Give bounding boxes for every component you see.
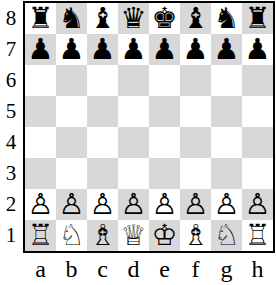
square-b7[interactable]: ♟ (56, 34, 87, 65)
black-pawn-piece: ♟ (214, 34, 240, 65)
file-label-e: e (149, 254, 180, 284)
square-a5[interactable] (25, 96, 56, 127)
black-queen-piece: ♛ (121, 3, 147, 34)
black-rook-piece: ♜ (245, 3, 271, 34)
square-f4[interactable] (180, 127, 211, 158)
file-label-h: h (242, 254, 273, 284)
square-a3[interactable] (25, 158, 56, 189)
square-a4[interactable] (25, 127, 56, 158)
white-pawn-piece: ♙ (90, 189, 116, 220)
square-a2[interactable]: ♙ (25, 189, 56, 220)
rank-label-3: 3 (0, 158, 22, 189)
square-g6[interactable] (211, 65, 242, 96)
file-label-b: b (56, 254, 87, 284)
square-d8[interactable]: ♛ (118, 3, 149, 34)
square-d7[interactable]: ♟ (118, 34, 149, 65)
rank-label-7: 7 (0, 34, 22, 65)
square-b1[interactable]: ♘ (56, 220, 87, 251)
square-a1[interactable]: ♖ (25, 220, 56, 251)
square-h7[interactable]: ♟ (242, 34, 273, 65)
square-g4[interactable] (211, 127, 242, 158)
black-pawn-piece: ♟ (59, 34, 85, 65)
chess-board: ♜♞♝♛♚♝♞♜♟♟♟♟♟♟♟♟♙♙♙♙♙♙♙♙♖♘♗♕♔♗♘♖ (23, 1, 275, 253)
square-e1[interactable]: ♔ (149, 220, 180, 251)
square-d2[interactable]: ♙ (118, 189, 149, 220)
square-g2[interactable]: ♙ (211, 189, 242, 220)
square-d6[interactable] (118, 65, 149, 96)
white-pawn-piece: ♙ (214, 189, 240, 220)
black-pawn-piece: ♟ (90, 34, 116, 65)
rank-label-8: 8 (0, 3, 22, 34)
square-e6[interactable] (149, 65, 180, 96)
square-g3[interactable] (211, 158, 242, 189)
square-h1[interactable]: ♖ (242, 220, 273, 251)
square-a7[interactable]: ♟ (25, 34, 56, 65)
black-pawn-piece: ♟ (152, 34, 178, 65)
square-e8[interactable]: ♚ (149, 3, 180, 34)
square-h2[interactable]: ♙ (242, 189, 273, 220)
square-b3[interactable] (56, 158, 87, 189)
rank-labels: 87654321 (0, 3, 22, 251)
white-knight-piece: ♘ (214, 220, 240, 251)
square-c4[interactable] (87, 127, 118, 158)
file-label-c: c (87, 254, 118, 284)
square-c7[interactable]: ♟ (87, 34, 118, 65)
black-rook-piece: ♜ (28, 3, 54, 34)
square-b4[interactable] (56, 127, 87, 158)
square-a8[interactable]: ♜ (25, 3, 56, 34)
square-c8[interactable]: ♝ (87, 3, 118, 34)
black-pawn-piece: ♟ (28, 34, 54, 65)
chess-diagram: 87654321 ♜♞♝♛♚♝♞♜♟♟♟♟♟♟♟♟♙♙♙♙♙♙♙♙♖♘♗♕♔♗♘… (0, 0, 276, 285)
white-pawn-piece: ♙ (28, 189, 54, 220)
white-knight-piece: ♘ (59, 220, 85, 251)
square-b5[interactable] (56, 96, 87, 127)
square-f1[interactable]: ♗ (180, 220, 211, 251)
square-d3[interactable] (118, 158, 149, 189)
square-h5[interactable] (242, 96, 273, 127)
square-h3[interactable] (242, 158, 273, 189)
white-pawn-piece: ♙ (245, 189, 271, 220)
square-e5[interactable] (149, 96, 180, 127)
square-c2[interactable]: ♙ (87, 189, 118, 220)
white-bishop-piece: ♗ (183, 220, 209, 251)
square-g7[interactable]: ♟ (211, 34, 242, 65)
rank-label-4: 4 (0, 127, 22, 158)
rank-label-5: 5 (0, 96, 22, 127)
white-pawn-piece: ♙ (59, 189, 85, 220)
square-d1[interactable]: ♕ (118, 220, 149, 251)
square-e3[interactable] (149, 158, 180, 189)
white-pawn-piece: ♙ (152, 189, 178, 220)
black-knight-piece: ♞ (214, 3, 240, 34)
square-f5[interactable] (180, 96, 211, 127)
file-label-d: d (118, 254, 149, 284)
square-b6[interactable] (56, 65, 87, 96)
square-a6[interactable] (25, 65, 56, 96)
square-c1[interactable]: ♗ (87, 220, 118, 251)
square-b2[interactable]: ♙ (56, 189, 87, 220)
square-c3[interactable] (87, 158, 118, 189)
square-c5[interactable] (87, 96, 118, 127)
file-label-f: f (180, 254, 211, 284)
square-h4[interactable] (242, 127, 273, 158)
white-pawn-piece: ♙ (121, 189, 147, 220)
white-rook-piece: ♖ (245, 220, 271, 251)
square-g1[interactable]: ♘ (211, 220, 242, 251)
square-h6[interactable] (242, 65, 273, 96)
black-bishop-piece: ♝ (183, 3, 209, 34)
file-label-g: g (211, 254, 242, 284)
white-rook-piece: ♖ (28, 220, 54, 251)
black-pawn-piece: ♟ (121, 34, 147, 65)
square-f6[interactable] (180, 65, 211, 96)
black-king-piece: ♚ (152, 3, 178, 34)
black-knight-piece: ♞ (59, 3, 85, 34)
square-d5[interactable] (118, 96, 149, 127)
square-g5[interactable] (211, 96, 242, 127)
square-c6[interactable] (87, 65, 118, 96)
black-bishop-piece: ♝ (90, 3, 116, 34)
rank-label-6: 6 (0, 65, 22, 96)
square-b8[interactable]: ♞ (56, 3, 87, 34)
rank-label-1: 1 (0, 220, 22, 251)
rank-label-2: 2 (0, 189, 22, 220)
square-e4[interactable] (149, 127, 180, 158)
square-g8[interactable]: ♞ (211, 3, 242, 34)
square-f8[interactable]: ♝ (180, 3, 211, 34)
white-pawn-piece: ♙ (183, 189, 209, 220)
black-pawn-piece: ♟ (183, 34, 209, 65)
square-d4[interactable] (118, 127, 149, 158)
black-pawn-piece: ♟ (245, 34, 271, 65)
file-labels: abcdefgh (25, 254, 273, 284)
square-f3[interactable] (180, 158, 211, 189)
square-f2[interactable]: ♙ (180, 189, 211, 220)
white-queen-piece: ♕ (121, 220, 147, 251)
square-h8[interactable]: ♜ (242, 3, 273, 34)
square-e7[interactable]: ♟ (149, 34, 180, 65)
white-king-piece: ♔ (152, 220, 178, 251)
square-f7[interactable]: ♟ (180, 34, 211, 65)
file-label-a: a (25, 254, 56, 284)
white-bishop-piece: ♗ (90, 220, 116, 251)
square-e2[interactable]: ♙ (149, 189, 180, 220)
